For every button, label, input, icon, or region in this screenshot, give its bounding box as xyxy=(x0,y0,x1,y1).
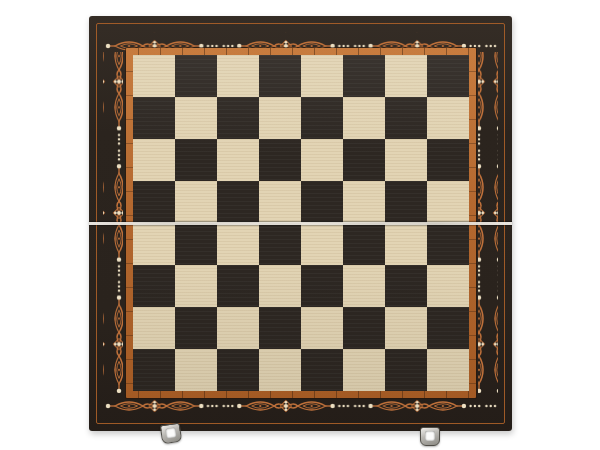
inner-frame xyxy=(126,48,476,398)
square-b5[interactable] xyxy=(175,181,217,223)
square-b3[interactable] xyxy=(175,265,217,307)
square-a4[interactable] xyxy=(133,223,175,265)
square-b2[interactable] xyxy=(175,307,217,349)
square-c2[interactable] xyxy=(217,307,259,349)
square-a1[interactable] xyxy=(133,349,175,391)
square-g8[interactable] xyxy=(385,55,427,97)
square-d3[interactable] xyxy=(259,265,301,307)
square-a6[interactable] xyxy=(133,139,175,181)
square-e7[interactable] xyxy=(301,97,343,139)
square-d8[interactable] xyxy=(259,55,301,97)
square-c6[interactable] xyxy=(217,139,259,181)
square-h2[interactable] xyxy=(427,307,469,349)
square-h5[interactable] xyxy=(427,181,469,223)
square-e2[interactable] xyxy=(301,307,343,349)
square-c8[interactable] xyxy=(217,55,259,97)
square-g1[interactable] xyxy=(385,349,427,391)
square-f4[interactable] xyxy=(343,223,385,265)
square-d2[interactable] xyxy=(259,307,301,349)
square-c1[interactable] xyxy=(217,349,259,391)
square-c4[interactable] xyxy=(217,223,259,265)
square-a8[interactable] xyxy=(133,55,175,97)
square-e8[interactable] xyxy=(301,55,343,97)
square-g5[interactable] xyxy=(385,181,427,223)
square-g7[interactable] xyxy=(385,97,427,139)
square-b8[interactable] xyxy=(175,55,217,97)
square-g6[interactable] xyxy=(385,139,427,181)
square-d1[interactable] xyxy=(259,349,301,391)
square-h3[interactable] xyxy=(427,265,469,307)
square-b6[interactable] xyxy=(175,139,217,181)
square-f7[interactable] xyxy=(343,97,385,139)
playing-field xyxy=(133,55,469,391)
square-g4[interactable] xyxy=(385,223,427,265)
square-a5[interactable] xyxy=(133,181,175,223)
square-d5[interactable] xyxy=(259,181,301,223)
square-f6[interactable] xyxy=(343,139,385,181)
square-d4[interactable] xyxy=(259,223,301,265)
square-c7[interactable] xyxy=(217,97,259,139)
square-e6[interactable] xyxy=(301,139,343,181)
square-h1[interactable] xyxy=(427,349,469,391)
clasp-right-loop xyxy=(425,431,435,441)
square-b4[interactable] xyxy=(175,223,217,265)
square-e4[interactable] xyxy=(301,223,343,265)
square-h7[interactable] xyxy=(427,97,469,139)
square-d7[interactable] xyxy=(259,97,301,139)
square-c3[interactable] xyxy=(217,265,259,307)
square-a2[interactable] xyxy=(133,307,175,349)
square-g3[interactable] xyxy=(385,265,427,307)
square-d6[interactable] xyxy=(259,139,301,181)
square-c5[interactable] xyxy=(217,181,259,223)
square-f8[interactable] xyxy=(343,55,385,97)
clasp-left-loop xyxy=(165,427,176,438)
square-b7[interactable] xyxy=(175,97,217,139)
square-e3[interactable] xyxy=(301,265,343,307)
square-e5[interactable] xyxy=(301,181,343,223)
clasp-left[interactable] xyxy=(160,423,182,445)
square-h4[interactable] xyxy=(427,223,469,265)
clasp-right[interactable] xyxy=(420,427,440,446)
square-h6[interactable] xyxy=(427,139,469,181)
square-g2[interactable] xyxy=(385,307,427,349)
square-e1[interactable] xyxy=(301,349,343,391)
square-a3[interactable] xyxy=(133,265,175,307)
square-b1[interactable] xyxy=(175,349,217,391)
square-h8[interactable] xyxy=(427,55,469,97)
square-f5[interactable] xyxy=(343,181,385,223)
square-f3[interactable] xyxy=(343,265,385,307)
square-a7[interactable] xyxy=(133,97,175,139)
chess-board xyxy=(89,16,512,431)
square-f2[interactable] xyxy=(343,307,385,349)
square-f1[interactable] xyxy=(343,349,385,391)
photo-background xyxy=(0,0,600,450)
